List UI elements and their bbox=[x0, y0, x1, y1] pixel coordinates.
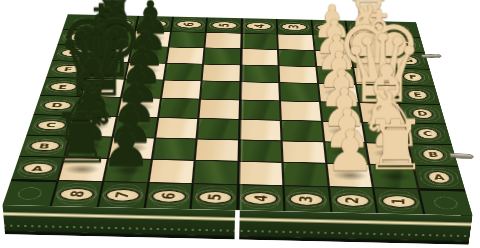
square-g3 bbox=[279, 50, 315, 66]
coordinate-medallion-F: F bbox=[402, 73, 423, 82]
square-d1 bbox=[360, 103, 402, 122]
square-e2 bbox=[319, 84, 359, 102]
square-a4 bbox=[239, 162, 282, 185]
fold-seam-gap bbox=[235, 210, 240, 239]
product-photo-chess-set: 87654321 87654321 HGFEDCBA HGFEDCBA ♜♟♟♜… bbox=[0, 0, 480, 248]
coordinate-cell: E bbox=[40, 77, 85, 96]
coordinate-medallion-4: 4 bbox=[244, 192, 278, 205]
coordinate-medallion-C: C bbox=[416, 128, 440, 139]
square-a1 bbox=[371, 165, 417, 188]
square-a8 bbox=[59, 158, 106, 181]
square-b4 bbox=[240, 140, 281, 162]
square-c8 bbox=[71, 116, 115, 136]
coordinate-cell: G bbox=[52, 44, 94, 61]
coordinate-medallion-5: 5 bbox=[211, 21, 237, 29]
coordinate-cell: A bbox=[414, 165, 465, 191]
coordinate-band-left: HGFEDCBA bbox=[11, 29, 99, 181]
square-d2 bbox=[321, 102, 362, 121]
border-corner-rosette bbox=[63, 14, 103, 29]
coordinate-cell: H bbox=[58, 29, 99, 45]
square-f3 bbox=[279, 66, 316, 83]
square-g4 bbox=[242, 49, 278, 65]
border-corner-rosette bbox=[420, 189, 473, 215]
square-a7 bbox=[104, 159, 150, 182]
coordinate-medallion-G: G bbox=[398, 56, 419, 65]
coordinate-cell: A bbox=[11, 156, 63, 181]
coordinate-medallion-2: 2 bbox=[335, 194, 370, 207]
square-g7 bbox=[129, 47, 167, 63]
coordinate-medallion-H: H bbox=[65, 33, 92, 40]
square-f8 bbox=[87, 62, 127, 79]
square-h1 bbox=[349, 36, 386, 51]
coordinate-medallion-E: E bbox=[48, 82, 77, 91]
square-b5 bbox=[196, 139, 238, 161]
playing-area bbox=[56, 30, 419, 190]
square-e5 bbox=[201, 81, 239, 99]
square-c7 bbox=[114, 117, 157, 137]
coordinate-medallion-8: 8 bbox=[105, 19, 132, 26]
coordinate-medallion-1: 1 bbox=[381, 195, 417, 208]
square-c4 bbox=[240, 120, 280, 140]
coordinate-cell: H bbox=[384, 36, 424, 52]
square-f1 bbox=[354, 68, 393, 85]
square-f6 bbox=[164, 64, 202, 81]
square-d5 bbox=[200, 100, 239, 119]
square-c2 bbox=[323, 122, 365, 142]
coordinate-medallion-6: 6 bbox=[176, 21, 202, 28]
square-e4 bbox=[241, 82, 279, 100]
coordinate-medallion-7: 7 bbox=[105, 189, 141, 202]
square-e7 bbox=[122, 80, 162, 98]
coordinate-cell: 8 bbox=[99, 15, 138, 30]
coordinate-medallion-C: C bbox=[35, 120, 66, 130]
coordinate-medallion-6: 6 bbox=[151, 190, 186, 203]
square-b6 bbox=[153, 138, 196, 160]
square-h5 bbox=[206, 33, 241, 48]
square-g8 bbox=[92, 46, 131, 62]
square-f4 bbox=[241, 65, 278, 82]
square-d3 bbox=[281, 101, 321, 120]
coordinate-cell: C bbox=[404, 122, 451, 143]
square-h4 bbox=[242, 34, 277, 49]
square-h3 bbox=[278, 34, 313, 49]
coordinate-cell: C bbox=[27, 114, 75, 135]
coordinate-medallion-G: G bbox=[60, 49, 87, 57]
coordinate-medallion-4: 4 bbox=[246, 22, 272, 30]
coordinate-cell: 5 bbox=[205, 17, 241, 32]
coordinate-cell: E bbox=[396, 85, 440, 104]
square-d6 bbox=[159, 99, 199, 118]
border-corner-rosette bbox=[3, 180, 57, 206]
coordinate-medallion-A: A bbox=[427, 171, 452, 183]
coordinate-medallion-8: 8 bbox=[59, 188, 95, 201]
coordinate-medallion-F: F bbox=[54, 65, 82, 73]
square-b3 bbox=[282, 141, 324, 163]
coordinate-medallion-D: D bbox=[42, 101, 72, 110]
coordinate-cell: B bbox=[19, 134, 69, 157]
coordinate-cell: 4 bbox=[241, 18, 277, 33]
coordinate-medallion-3: 3 bbox=[290, 193, 324, 206]
square-h2 bbox=[314, 35, 350, 50]
square-d7 bbox=[118, 98, 160, 117]
coordinate-cell: 8 bbox=[50, 181, 102, 207]
board-top-surface: 87654321 87654321 HGFEDCBA HGFEDCBA bbox=[3, 14, 473, 215]
border-corner-rosette bbox=[381, 21, 420, 36]
coordinate-cell: 7 bbox=[134, 16, 172, 31]
coordinate-cell: 7 bbox=[96, 182, 146, 208]
square-c1 bbox=[364, 123, 407, 143]
square-a6 bbox=[149, 160, 194, 183]
coordinate-cell: F bbox=[46, 60, 90, 78]
coordinate-medallion-E: E bbox=[407, 90, 429, 100]
chess-board: 87654321 87654321 HGFEDCBA HGFEDCBA ♜♟♟♜… bbox=[3, 14, 473, 215]
square-f5 bbox=[203, 64, 240, 81]
coordinate-medallion-3: 3 bbox=[281, 23, 307, 31]
coordinate-cell: D bbox=[34, 95, 80, 115]
clasp-hook-icon bbox=[420, 54, 442, 58]
coordinate-cell: B bbox=[409, 143, 458, 166]
square-h8 bbox=[96, 30, 134, 45]
coordinate-cell: 6 bbox=[170, 17, 207, 32]
square-a3 bbox=[283, 163, 327, 186]
square-h7 bbox=[133, 31, 170, 46]
square-g2 bbox=[315, 51, 352, 67]
square-g1 bbox=[352, 52, 390, 68]
coordinate-medallion-2: 2 bbox=[316, 24, 343, 32]
square-h6 bbox=[169, 32, 205, 47]
square-a5 bbox=[194, 161, 237, 184]
square-b8 bbox=[65, 136, 111, 157]
coordinate-medallion-H: H bbox=[394, 40, 414, 48]
coordinate-cell: 2 bbox=[310, 20, 347, 35]
coordinate-cell: 1 bbox=[372, 188, 425, 214]
square-c6 bbox=[156, 118, 198, 138]
coordinate-medallion-D: D bbox=[411, 109, 434, 119]
square-e8 bbox=[82, 79, 123, 97]
coordinate-cell: 6 bbox=[143, 183, 192, 209]
square-g5 bbox=[204, 48, 240, 64]
coordinate-cell: 3 bbox=[282, 186, 330, 212]
coordinate-cell: 1 bbox=[345, 21, 385, 37]
square-d4 bbox=[241, 100, 280, 119]
square-f7 bbox=[126, 63, 165, 80]
coordinate-medallion-5: 5 bbox=[198, 191, 232, 204]
coordinate-cell: 4 bbox=[236, 185, 283, 211]
square-b1 bbox=[367, 143, 412, 165]
coordinate-medallion-B: B bbox=[28, 141, 60, 151]
coordinate-medallion-A: A bbox=[21, 163, 54, 174]
square-d8 bbox=[77, 97, 120, 116]
square-b2 bbox=[325, 142, 369, 164]
square-e1 bbox=[357, 85, 398, 103]
coordinate-cell: 2 bbox=[327, 187, 376, 213]
square-c3 bbox=[282, 121, 323, 141]
coordinate-cell: D bbox=[400, 103, 446, 123]
square-b7 bbox=[109, 137, 153, 159]
square-e6 bbox=[162, 81, 201, 99]
square-c5 bbox=[198, 119, 239, 139]
coordinate-cell: 5 bbox=[190, 184, 237, 210]
square-g6 bbox=[167, 47, 204, 63]
coordinate-medallion-B: B bbox=[421, 149, 445, 161]
square-e3 bbox=[280, 83, 318, 101]
square-f2 bbox=[317, 67, 355, 84]
coordinate-band-right: HGFEDCBA bbox=[384, 36, 465, 190]
coordinate-medallion-7: 7 bbox=[141, 20, 168, 27]
clasp-hook-icon bbox=[449, 153, 474, 159]
coordinate-cell: F bbox=[392, 68, 435, 86]
coordinate-cell: 3 bbox=[276, 19, 312, 34]
square-a2 bbox=[327, 164, 372, 187]
coordinate-medallion-1: 1 bbox=[351, 25, 378, 33]
